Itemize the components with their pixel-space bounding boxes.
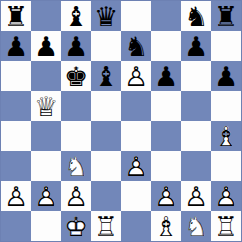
square-g6[interactable] xyxy=(181,61,211,91)
square-b4[interactable] xyxy=(31,121,61,151)
square-c4[interactable] xyxy=(61,121,91,151)
piece-glyph: ♞ xyxy=(121,31,151,61)
square-h5[interactable] xyxy=(211,91,241,121)
square-e2[interactable] xyxy=(121,181,151,211)
piece-black-knight[interactable]: ♞ xyxy=(121,31,151,61)
square-g7[interactable]: ♟ xyxy=(181,31,211,61)
piece-black-pawn[interactable]: ♟ xyxy=(31,31,61,61)
square-e3[interactable]: ♟♙ xyxy=(121,151,151,181)
piece-black-bishop[interactable]: ♝ xyxy=(61,1,91,31)
square-f2[interactable]: ♟♙ xyxy=(151,181,181,211)
piece-white-rook[interactable]: ♜♖ xyxy=(211,211,241,241)
piece-glyph: ♟ xyxy=(181,31,211,61)
piece-glyph: ♟ xyxy=(1,31,31,61)
square-h2[interactable]: ♟♙ xyxy=(211,181,241,211)
square-f4[interactable] xyxy=(151,121,181,151)
piece-white-pawn[interactable]: ♟♙ xyxy=(121,61,151,91)
piece-glyph-outline: ♗ xyxy=(151,211,181,241)
piece-glyph-outline: ♔ xyxy=(61,211,91,241)
piece-glyph-outline: ♖ xyxy=(91,211,121,241)
piece-glyph: ♟ xyxy=(211,61,241,91)
piece-glyph: ♟ xyxy=(61,31,91,61)
piece-white-pawn[interactable]: ♟♙ xyxy=(61,181,91,211)
piece-glyph-outline: ♗ xyxy=(211,121,241,151)
piece-white-pawn[interactable]: ♟♙ xyxy=(181,181,211,211)
square-d3[interactable] xyxy=(91,151,121,181)
piece-glyph-outline: ♙ xyxy=(211,181,241,211)
piece-black-pawn[interactable]: ♟ xyxy=(151,61,181,91)
piece-glyph-outline: ♙ xyxy=(1,181,31,211)
square-h3[interactable] xyxy=(211,151,241,181)
piece-black-pawn[interactable]: ♟ xyxy=(1,31,31,61)
piece-white-pawn[interactable]: ♟♙ xyxy=(151,181,181,211)
piece-white-knight[interactable]: ♞♘ xyxy=(181,211,211,241)
square-d5[interactable] xyxy=(91,91,121,121)
piece-white-bishop[interactable]: ♝♗ xyxy=(211,121,241,151)
square-g8[interactable]: ♞ xyxy=(181,1,211,31)
square-c8[interactable]: ♝ xyxy=(61,1,91,31)
square-f5[interactable] xyxy=(151,91,181,121)
piece-white-pawn[interactable]: ♟♙ xyxy=(1,181,31,211)
piece-glyph-outline: ♙ xyxy=(151,181,181,211)
square-b7[interactable]: ♟ xyxy=(31,31,61,61)
square-f3[interactable] xyxy=(151,151,181,181)
piece-glyph: ♞ xyxy=(181,1,211,31)
piece-glyph-outline: ♙ xyxy=(61,181,91,211)
piece-glyph-outline: ♙ xyxy=(31,181,61,211)
piece-white-pawn[interactable]: ♟♙ xyxy=(211,181,241,211)
piece-black-knight[interactable]: ♞ xyxy=(181,1,211,31)
piece-glyph: ♜ xyxy=(211,1,241,31)
piece-black-rook[interactable]: ♜ xyxy=(211,1,241,31)
square-g1[interactable]: ♞♘ xyxy=(181,211,211,241)
square-b3[interactable] xyxy=(31,151,61,181)
piece-black-rook[interactable]: ♜ xyxy=(1,1,31,31)
piece-glyph-outline: ♘ xyxy=(181,211,211,241)
square-d4[interactable] xyxy=(91,121,121,151)
chess-board: ♜♝♛♞♜♟♟♟♞♟♚♝♟♙♟♟♛♕♝♗♞♘♟♙♟♙♟♙♟♙♟♙♟♙♟♙♚♔♜♖… xyxy=(0,0,242,242)
square-h7[interactable] xyxy=(211,31,241,61)
square-a6[interactable] xyxy=(1,61,31,91)
square-e5[interactable] xyxy=(121,91,151,121)
square-e8[interactable] xyxy=(121,1,151,31)
square-d1[interactable]: ♜♖ xyxy=(91,211,121,241)
square-g5[interactable] xyxy=(181,91,211,121)
piece-white-bishop[interactable]: ♝♗ xyxy=(151,211,181,241)
square-f7[interactable] xyxy=(151,31,181,61)
square-b6[interactable] xyxy=(31,61,61,91)
square-b8[interactable] xyxy=(31,1,61,31)
square-h4[interactable]: ♝♗ xyxy=(211,121,241,151)
square-d6[interactable]: ♝ xyxy=(91,61,121,91)
square-a2[interactable]: ♟♙ xyxy=(1,181,31,211)
square-c3[interactable]: ♞♘ xyxy=(61,151,91,181)
square-c5[interactable] xyxy=(61,91,91,121)
piece-glyph: ♝ xyxy=(61,1,91,31)
piece-glyph-outline: ♙ xyxy=(181,181,211,211)
piece-glyph: ♚ xyxy=(61,61,91,91)
square-b5[interactable]: ♛♕ xyxy=(31,91,61,121)
square-e1[interactable] xyxy=(121,211,151,241)
piece-glyph-outline: ♘ xyxy=(61,151,91,181)
piece-black-pawn[interactable]: ♟ xyxy=(181,31,211,61)
square-a1[interactable] xyxy=(1,211,31,241)
square-f8[interactable] xyxy=(151,1,181,31)
square-b1[interactable] xyxy=(31,211,61,241)
piece-black-queen[interactable]: ♛ xyxy=(91,1,121,31)
piece-white-queen[interactable]: ♛♕ xyxy=(31,91,61,121)
square-a5[interactable] xyxy=(1,91,31,121)
square-c1[interactable]: ♚♔ xyxy=(61,211,91,241)
piece-white-pawn[interactable]: ♟♙ xyxy=(31,181,61,211)
piece-black-bishop[interactable]: ♝ xyxy=(91,61,121,91)
piece-black-pawn[interactable]: ♟ xyxy=(211,61,241,91)
square-g4[interactable] xyxy=(181,121,211,151)
piece-glyph-outline: ♖ xyxy=(211,211,241,241)
piece-white-rook[interactable]: ♜♖ xyxy=(91,211,121,241)
square-d2[interactable] xyxy=(91,181,121,211)
piece-glyph: ♛ xyxy=(91,1,121,31)
square-c2[interactable]: ♟♙ xyxy=(61,181,91,211)
square-a4[interactable] xyxy=(1,121,31,151)
piece-white-pawn[interactable]: ♟♙ xyxy=(121,151,151,181)
square-f1[interactable]: ♝♗ xyxy=(151,211,181,241)
square-a7[interactable]: ♟ xyxy=(1,31,31,61)
square-g3[interactable] xyxy=(181,151,211,181)
square-h8[interactable]: ♜ xyxy=(211,1,241,31)
square-a8[interactable]: ♜ xyxy=(1,1,31,31)
square-d7[interactable] xyxy=(91,31,121,61)
piece-glyph: ♝ xyxy=(91,61,121,91)
piece-white-king[interactable]: ♚♔ xyxy=(61,211,91,241)
square-h1[interactable]: ♜♖ xyxy=(211,211,241,241)
square-f6[interactable]: ♟ xyxy=(151,61,181,91)
square-e4[interactable] xyxy=(121,121,151,151)
piece-black-pawn[interactable]: ♟ xyxy=(61,31,91,61)
square-c7[interactable]: ♟ xyxy=(61,31,91,61)
piece-white-knight[interactable]: ♞♘ xyxy=(61,151,91,181)
piece-glyph-outline: ♙ xyxy=(121,151,151,181)
square-d8[interactable]: ♛ xyxy=(91,1,121,31)
piece-glyph-outline: ♕ xyxy=(31,91,61,121)
piece-glyph: ♟ xyxy=(151,61,181,91)
square-c6[interactable]: ♚ xyxy=(61,61,91,91)
square-e6[interactable]: ♟♙ xyxy=(121,61,151,91)
piece-glyph: ♟ xyxy=(31,31,61,61)
piece-glyph: ♜ xyxy=(1,1,31,31)
square-h6[interactable]: ♟ xyxy=(211,61,241,91)
square-g2[interactable]: ♟♙ xyxy=(181,181,211,211)
piece-glyph-outline: ♙ xyxy=(121,61,151,91)
square-b2[interactable]: ♟♙ xyxy=(31,181,61,211)
piece-black-king[interactable]: ♚ xyxy=(61,61,91,91)
square-a3[interactable] xyxy=(1,151,31,181)
square-e7[interactable]: ♞ xyxy=(121,31,151,61)
